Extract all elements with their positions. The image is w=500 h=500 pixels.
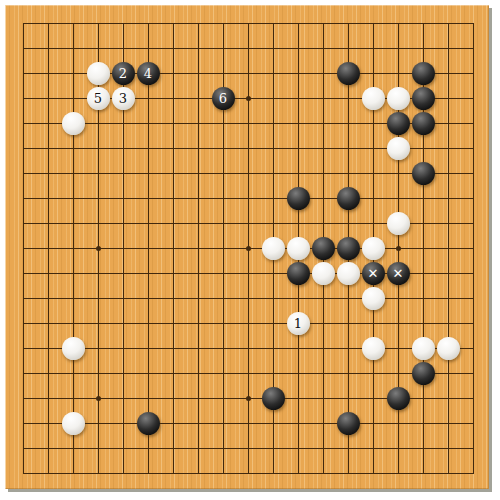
move-number-label: 1 — [294, 317, 302, 330]
star-point — [396, 246, 401, 251]
stone-black — [287, 262, 310, 285]
stone-white — [62, 337, 85, 360]
stone-black: ✕ — [362, 262, 385, 285]
stone-black — [412, 162, 435, 185]
stone-white — [87, 62, 110, 85]
x-mark: ✕ — [368, 267, 379, 280]
stone-white — [287, 237, 310, 260]
stone-white — [362, 87, 385, 110]
stone-white — [387, 87, 410, 110]
stone-black — [137, 412, 160, 435]
x-mark: ✕ — [393, 267, 404, 280]
stone-white — [387, 212, 410, 235]
stone-white — [262, 237, 285, 260]
stone-black: 6 — [212, 87, 235, 110]
stone-black: 2 — [112, 62, 135, 85]
stone-white — [362, 337, 385, 360]
stone-white — [387, 137, 410, 160]
stone-white — [62, 412, 85, 435]
move-number-label: 5 — [94, 92, 102, 105]
stone-black — [412, 112, 435, 135]
stone-white — [362, 287, 385, 310]
stone-black: ✕ — [387, 262, 410, 285]
stone-white — [362, 237, 385, 260]
stone-black — [412, 362, 435, 385]
stone-white: 5 — [87, 87, 110, 110]
star-point — [246, 246, 251, 251]
stone-black — [312, 237, 335, 260]
move-number-label: 6 — [219, 92, 227, 105]
stone-white — [337, 262, 360, 285]
stone-white — [437, 337, 460, 360]
stone-black: 4 — [137, 62, 160, 85]
star-point — [96, 246, 101, 251]
stone-black — [337, 187, 360, 210]
go-board[interactable]: 24536✕✕1 — [5, 5, 489, 489]
star-point — [246, 396, 251, 401]
board-intersections: 24536✕✕1 — [11, 11, 486, 486]
stone-black — [337, 237, 360, 260]
stone-black — [337, 62, 360, 85]
stone-white — [412, 337, 435, 360]
stone-black — [387, 387, 410, 410]
stone-black — [287, 187, 310, 210]
star-point — [246, 96, 251, 101]
move-number-label: 3 — [119, 92, 127, 105]
stone-white — [312, 262, 335, 285]
stone-black — [262, 387, 285, 410]
stone-white: 1 — [287, 312, 310, 335]
stone-black — [412, 62, 435, 85]
stone-black — [387, 112, 410, 135]
move-number-label: 2 — [119, 67, 127, 80]
stone-black — [412, 87, 435, 110]
stone-white — [62, 112, 85, 135]
stone-black — [337, 412, 360, 435]
move-number-label: 4 — [144, 67, 152, 80]
star-point — [96, 396, 101, 401]
stone-white: 3 — [112, 87, 135, 110]
